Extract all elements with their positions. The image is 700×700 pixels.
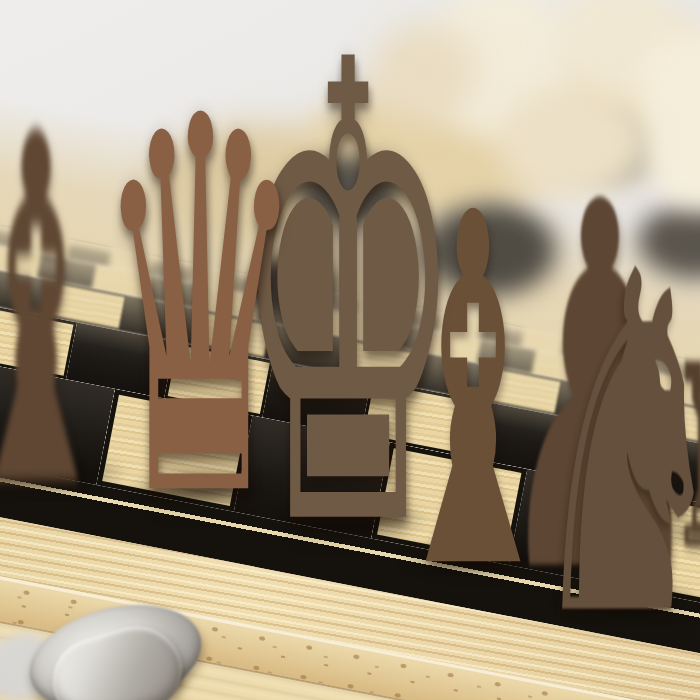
chess-photo-scene: ♜ ♟ ♞ ♝ ♚ ♛ ♝ — [0, 0, 700, 700]
piece-bishop-left: ♝ — [0, 73, 117, 555]
piece-queen: ♛ — [95, 52, 306, 569]
